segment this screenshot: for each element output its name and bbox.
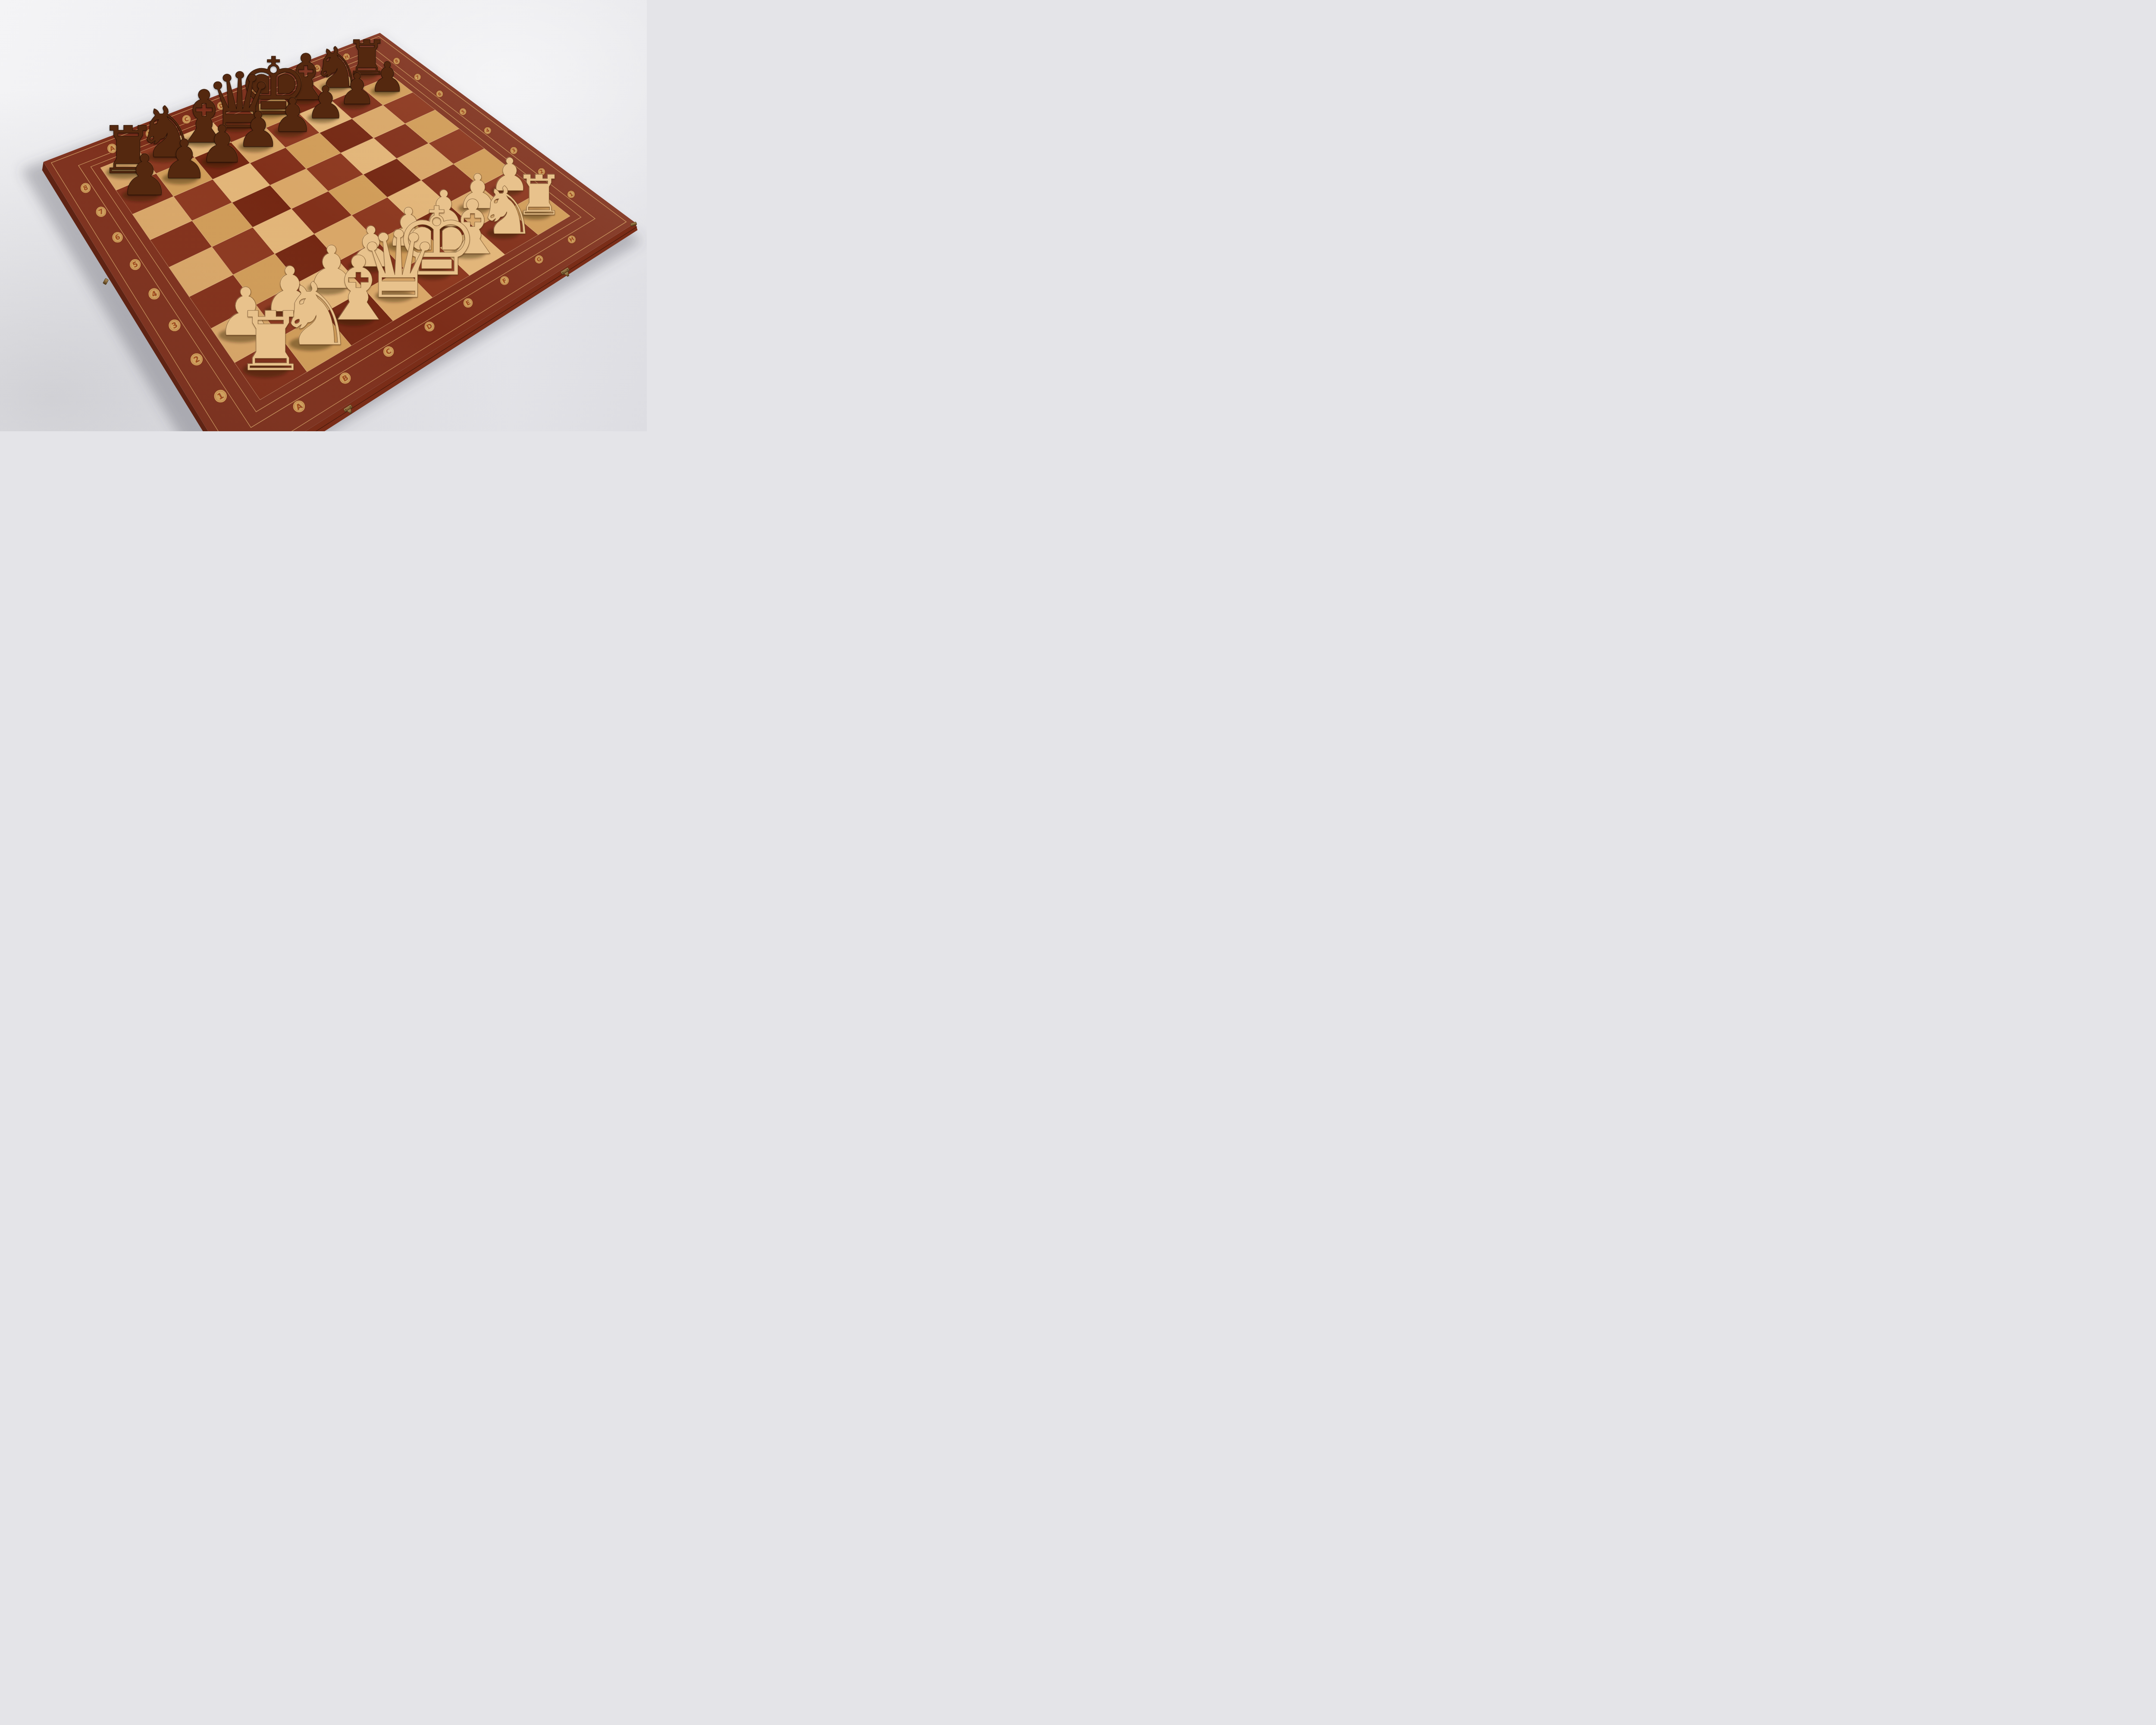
file-label-near-E: E xyxy=(463,298,473,308)
rank-label-right-6: 6 xyxy=(436,90,443,97)
rank-label-left-2: 2 xyxy=(190,353,203,366)
rank-label-left-3: 3 xyxy=(169,319,181,331)
file-label-near-C: C xyxy=(383,346,394,357)
rank-label-right-5: 5 xyxy=(459,108,467,116)
file-label-near-H: H xyxy=(567,235,576,243)
rank-label-right-7: 7 xyxy=(414,74,421,81)
piece-white-rook-a1[interactable]: ♜ xyxy=(234,301,307,383)
rank-label-right-1: 1 xyxy=(567,191,575,198)
piece-black-pawn-a7[interactable]: ♟ xyxy=(119,147,170,204)
rank-label-left-6: 6 xyxy=(112,232,123,243)
file-label-near-D: D xyxy=(424,321,435,332)
rank-label-right-4: 4 xyxy=(484,127,491,134)
rank-label-left-8: 8 xyxy=(81,183,91,193)
rank-label-left-4: 4 xyxy=(148,288,160,300)
file-label-near-G: G xyxy=(535,255,543,263)
file-label-near-A: A xyxy=(293,400,305,413)
file-label-near-B: B xyxy=(339,372,351,384)
rank-label-left-1: 1 xyxy=(214,389,227,403)
photo-backdrop: A B C D E F G H A B C D E F G H xyxy=(0,0,647,431)
rank-label-left-5: 5 xyxy=(129,259,141,270)
file-label-near-F: F xyxy=(500,276,509,285)
rank-label-left-7: 7 xyxy=(96,207,107,217)
